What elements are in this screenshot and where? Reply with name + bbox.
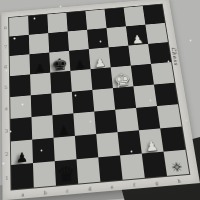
square-g8[interactable] [124,6,146,26]
square-d6[interactable]: ♟ [69,49,91,71]
black-queen-c1[interactable]: ♛ [57,164,77,186]
square-b4[interactable] [31,94,53,118]
square-h2[interactable] [160,127,185,152]
square-d5[interactable] [70,69,92,92]
square-a7[interactable] [9,35,29,56]
square-h1[interactable] [164,150,190,176]
square-b5[interactable] [30,73,51,96]
square-f8[interactable] [105,8,126,28]
square-d1[interactable] [76,157,100,183]
square-e1[interactable] [98,155,122,181]
square-d3[interactable] [73,112,96,136]
square-h3[interactable] [157,104,182,128]
square-c1[interactable]: ♛ [55,159,78,185]
square-a5[interactable] [10,74,31,97]
square-b3[interactable] [31,115,53,139]
square-h8[interactable] [143,4,165,24]
corner-emblem-icon [170,157,183,169]
square-d7[interactable] [68,30,89,51]
rank-label-5: 5 [2,76,11,98]
square-b8[interactable] [28,14,48,34]
rank-label-1: 1 [2,165,11,190]
square-e7[interactable] [87,28,108,49]
square-c8[interactable] [47,13,67,33]
square-c2[interactable] [54,136,77,161]
board-grid: ♟♟♚♟♟♚♟♟♟♛ [9,4,189,189]
square-h5[interactable] [151,62,174,84]
square-g6[interactable] [128,44,151,66]
square-b7[interactable] [29,33,49,54]
square-f7[interactable] [107,26,129,47]
square-c4[interactable] [51,92,73,115]
square-e8[interactable] [85,9,106,29]
square-a1[interactable] [11,163,34,189]
square-f2[interactable] [118,130,142,155]
square-e2[interactable] [96,132,120,157]
rank-label-4: 4 [2,97,11,119]
square-f3[interactable] [115,108,139,132]
square-c5[interactable] [50,71,72,94]
square-f5[interactable]: ♚ [111,66,134,89]
square-g7[interactable]: ♟ [126,25,148,46]
square-b6[interactable]: ♟ [29,53,50,75]
square-f6[interactable] [109,46,131,68]
square-e5[interactable] [91,67,113,90]
square-a6[interactable] [10,54,30,76]
square-d8[interactable] [66,11,87,31]
square-a3[interactable] [11,117,33,141]
rank-label-3: 3 [2,119,11,142]
white-pawn-g2[interactable]: ♟ [145,139,159,153]
square-b2[interactable] [32,138,55,163]
black-pawn-c3[interactable]: ♟ [57,124,70,138]
square-e3[interactable] [94,110,117,134]
black-pawn-a2[interactable]: ♟ [16,150,29,164]
square-f4[interactable] [113,86,136,109]
rank-label-8: 8 [1,18,9,37]
square-h7[interactable] [145,23,168,44]
square-c6[interactable]: ♚ [49,51,70,73]
square-c3[interactable]: ♟ [52,113,74,137]
square-a8[interactable] [9,16,29,36]
square-d2[interactable] [75,134,98,159]
square-e4[interactable] [92,88,115,111]
square-b1[interactable] [33,161,56,187]
square-d4[interactable] [72,90,94,113]
rank-label-2: 2 [2,141,11,165]
square-e6[interactable]: ♟ [89,47,111,69]
dust-speckles [0,0,1,1]
square-f1[interactable] [120,154,145,180]
square-c7[interactable] [48,31,69,52]
square-a4[interactable] [10,95,31,119]
square-h4[interactable] [154,83,178,106]
photo-scene: 87654321 abcdefgh Chess ♟♟♚♟♟♚♟♟♟♛ [0,0,200,200]
square-a2[interactable]: ♟ [11,140,33,165]
rank-label-7: 7 [1,37,9,57]
rank-label-6: 6 [2,56,10,77]
chess-board: 87654321 abcdefgh Chess ♟♟♚♟♟♚♟♟♟♛ [1,0,200,200]
